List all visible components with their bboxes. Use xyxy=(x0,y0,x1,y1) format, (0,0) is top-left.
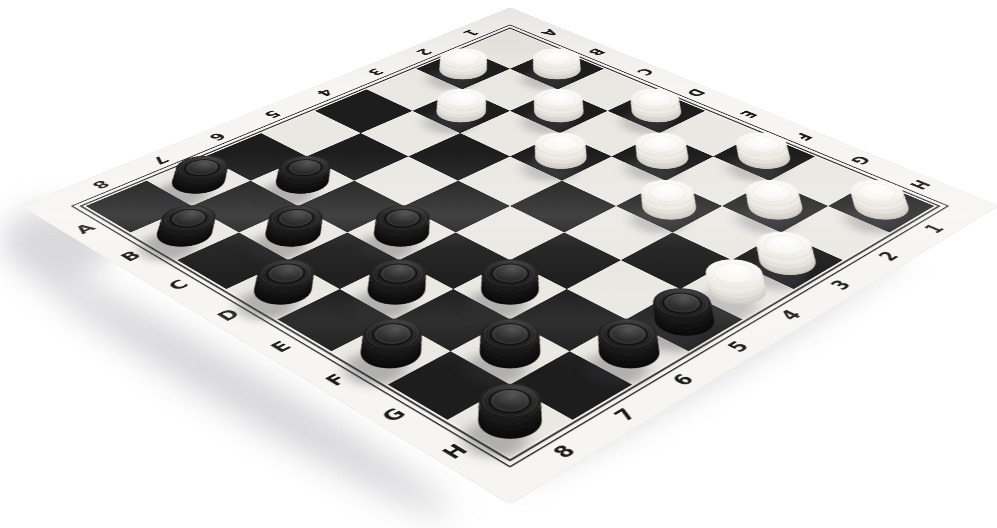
checker-white-E2[interactable]: ⛀ xyxy=(625,127,697,160)
checker-black-H8[interactable]: ⛂ xyxy=(466,376,555,427)
checker-white-F3[interactable]: ⛀ xyxy=(630,174,705,210)
checker-black-D8[interactable]: ⛂ xyxy=(245,253,326,295)
checker-white-B3[interactable]: ⛀ xyxy=(427,84,496,115)
checker-black-F8[interactable]: ⛂ xyxy=(350,312,435,358)
board-photo: AA11BB22CC33DD44EE55FF66GG77HH88 ⛀⛀⛀⛀⛀⛀⛀… xyxy=(0,0,997,528)
scene: AA11BB22CC33DD44EE55FF66GG77HH88 ⛀⛀⛀⛀⛀⛀⛀… xyxy=(0,0,997,528)
checker-black-H6[interactable]: ⛂ xyxy=(585,312,670,358)
checker-black-H5[interactable]: ⛂ xyxy=(641,282,724,326)
checker-black-D6[interactable]: ⛂ xyxy=(364,199,441,237)
checker-black-E7[interactable]: ⛂ xyxy=(358,253,439,295)
checker-white-H3[interactable]: ⛀ xyxy=(744,226,823,266)
checker-white-H4[interactable]: ⛀ xyxy=(694,253,775,295)
board: AA11BB22CC33DD44EE55FF66GG77HH88 ⛀⛀⛀⛀⛀⛀⛀… xyxy=(86,30,935,457)
checker-black-F6[interactable]: ⛂ xyxy=(470,253,551,295)
checker-white-C2[interactable]: ⛀ xyxy=(524,84,593,115)
checker-black-B6[interactable]: ⛂ xyxy=(268,150,342,185)
checker-black-C7[interactable]: ⛂ xyxy=(257,199,334,237)
checker-white-G2[interactable]: ⛀ xyxy=(734,174,809,210)
checker-white-D3[interactable]: ⛀ xyxy=(524,127,596,160)
checker-black-B8[interactable]: ⛂ xyxy=(150,199,227,237)
checker-black-G7[interactable]: ⛂ xyxy=(468,312,553,358)
pieces-layer: ⛀⛀⛀⛀⛀⛀⛀⛀⛂⛂⛀⛀⛀⛂⛂⛂⛀⛀⛂⛂⛂⛂⛂⛂⛂⛂ xyxy=(86,30,935,457)
